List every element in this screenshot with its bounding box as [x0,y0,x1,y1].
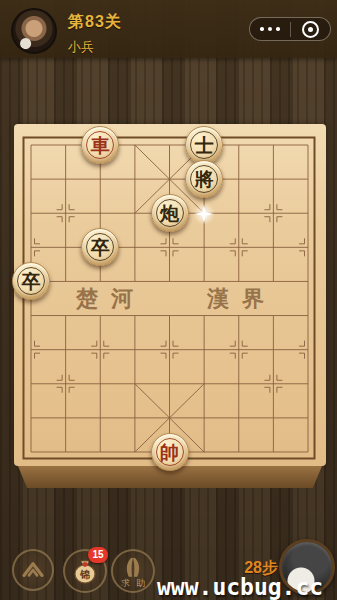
wechat-capsule [249,17,331,41]
header-text: 第83关 小兵 [68,12,122,56]
more-button[interactable] [250,18,290,40]
piece-車[interactable]: 車 [81,126,119,164]
avatar[interactable] [11,8,57,54]
help-label: 求助 [113,577,153,590]
collapse-button[interactable] [12,549,54,591]
river-label-han: 漢界 [207,284,277,314]
more-icon [260,27,264,31]
watermark: www.ucbug.cc [157,574,323,600]
help-button[interactable]: 求助 [111,549,155,593]
piece-卒[interactable]: 卒 [81,228,119,266]
piece-卒[interactable]: 卒 [12,262,50,300]
rank-label: 小兵 [68,38,122,56]
river-label-chu: 楚河 [76,284,146,314]
close-icon [302,21,319,38]
piece-將[interactable]: 將 [185,160,223,198]
svg-text:锦: 锦 [79,569,90,580]
more-icon [268,27,273,32]
mountain-chevron-icon [14,549,52,591]
bag-button[interactable]: 锦 15 [63,549,107,593]
piece-帥[interactable]: 帥 [151,433,189,471]
level-title: 第83关 [68,12,122,33]
more-icon [276,27,280,31]
screen: 楚河 漢界 車士將炮卒卒帥 第83关 小兵 [0,0,337,600]
xiangqi-board[interactable] [14,124,326,466]
piece-士[interactable]: 士 [185,126,223,164]
top-bar: 第83关 小兵 [0,0,337,58]
piece-炮[interactable]: 炮 [151,194,189,232]
bag-badge: 15 [88,547,108,563]
close-button[interactable] [291,18,331,40]
